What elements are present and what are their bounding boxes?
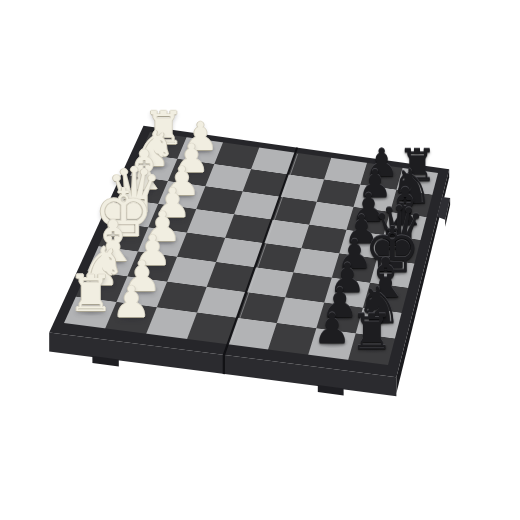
- piece-black-pawn[interactable]: ♟: [313, 308, 351, 350]
- product-photo-stage: ♜♞♝♛♚♝♞♜♟♟♟♟♟♟♟♟♟♟♟♟♟♟♟♟♜♞♝♛♚♝♞♜: [0, 0, 520, 520]
- piece-black-rook[interactable]: ♜: [350, 308, 394, 357]
- piece-white-pawn[interactable]: ♟: [112, 281, 151, 324]
- piece-white-rook[interactable]: ♜: [68, 270, 113, 320]
